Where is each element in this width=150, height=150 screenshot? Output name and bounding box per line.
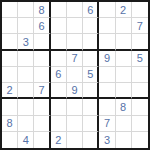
cell-r5c5[interactable]	[67, 67, 83, 83]
cell-r3c6[interactable]	[83, 34, 99, 50]
cell-r4c3[interactable]	[34, 51, 50, 67]
cell-r5c9[interactable]	[132, 67, 148, 83]
cell-r4c1[interactable]	[2, 51, 18, 67]
cell-r5c4[interactable]: 6	[51, 67, 67, 83]
cell-r6c5[interactable]: 9	[67, 83, 83, 99]
cell-r3c5[interactable]	[67, 34, 83, 50]
cell-r1c5[interactable]	[67, 2, 83, 18]
cell-r6c6[interactable]	[83, 83, 99, 99]
cell-r6c1[interactable]: 2	[2, 83, 18, 99]
cell-r6c3[interactable]: 7	[34, 83, 50, 99]
cell-r8c9[interactable]	[132, 116, 148, 132]
cell-r6c8[interactable]	[116, 83, 132, 99]
cell-r9c7[interactable]: 3	[99, 132, 115, 148]
cell-r7c5[interactable]	[67, 99, 83, 115]
cell-r8c4[interactable]	[51, 116, 67, 132]
cell-r2c5[interactable]	[67, 18, 83, 34]
cell-r5c6[interactable]: 5	[83, 67, 99, 83]
cell-r8c5[interactable]	[67, 116, 83, 132]
cell-r9c9[interactable]	[132, 132, 148, 148]
cell-r3c4[interactable]	[51, 34, 67, 50]
cell-r7c2[interactable]	[18, 99, 34, 115]
cell-r6c9[interactable]	[132, 83, 148, 99]
cell-r9c5[interactable]	[67, 132, 83, 148]
cell-r7c4[interactable]	[51, 99, 67, 115]
cell-r3c9[interactable]	[132, 34, 148, 50]
cell-r2c7[interactable]	[99, 18, 115, 34]
cell-r9c8[interactable]	[116, 132, 132, 148]
cell-r4c8[interactable]	[116, 51, 132, 67]
cell-r4c9[interactable]: 5	[132, 51, 148, 67]
cell-r7c9[interactable]	[132, 99, 148, 115]
cell-r8c3[interactable]	[34, 116, 50, 132]
cell-r3c1[interactable]	[2, 34, 18, 50]
cell-r9c6[interactable]	[83, 132, 99, 148]
cell-r7c8[interactable]: 8	[116, 99, 132, 115]
cell-r2c4[interactable]	[51, 18, 67, 34]
cell-r4c7[interactable]: 9	[99, 51, 115, 67]
cell-r9c2[interactable]: 4	[18, 132, 34, 148]
cell-r7c1[interactable]	[2, 99, 18, 115]
cell-r1c7[interactable]	[99, 2, 115, 18]
cell-r9c4[interactable]: 2	[51, 132, 67, 148]
cell-r5c8[interactable]	[116, 67, 132, 83]
cell-r1c6[interactable]: 6	[83, 2, 99, 18]
cell-r5c2[interactable]	[18, 67, 34, 83]
cell-r4c4[interactable]	[51, 51, 67, 67]
cell-r2c3[interactable]: 6	[34, 18, 50, 34]
cell-r9c3[interactable]	[34, 132, 50, 148]
cell-r8c1[interactable]: 8	[2, 116, 18, 132]
cell-r4c6[interactable]	[83, 51, 99, 67]
cell-r3c8[interactable]	[116, 34, 132, 50]
cell-r8c6[interactable]	[83, 116, 99, 132]
cell-r2c8[interactable]	[116, 18, 132, 34]
sudoku-board: 86267379565279887423	[0, 0, 150, 150]
cell-r1c4[interactable]	[51, 2, 67, 18]
cell-r1c1[interactable]	[2, 2, 18, 18]
cell-r2c9[interactable]: 7	[132, 18, 148, 34]
cell-r4c2[interactable]	[18, 51, 34, 67]
cell-r3c2[interactable]: 3	[18, 34, 34, 50]
cell-r4c5[interactable]: 7	[67, 51, 83, 67]
cell-r2c2[interactable]	[18, 18, 34, 34]
cell-r7c3[interactable]	[34, 99, 50, 115]
cell-r9c1[interactable]	[2, 132, 18, 148]
cell-r7c7[interactable]	[99, 99, 115, 115]
cell-r1c3[interactable]: 8	[34, 2, 50, 18]
cell-r2c1[interactable]	[2, 18, 18, 34]
cell-r8c2[interactable]	[18, 116, 34, 132]
cell-r6c2[interactable]	[18, 83, 34, 99]
cell-r1c9[interactable]	[132, 2, 148, 18]
cell-r5c1[interactable]	[2, 67, 18, 83]
cell-r1c8[interactable]: 2	[116, 2, 132, 18]
cell-r8c8[interactable]	[116, 116, 132, 132]
cell-r1c2[interactable]	[18, 2, 34, 18]
cell-r3c3[interactable]	[34, 34, 50, 50]
cell-r5c7[interactable]	[99, 67, 115, 83]
cell-r5c3[interactable]	[34, 67, 50, 83]
cell-r8c7[interactable]: 7	[99, 116, 115, 132]
cell-r6c4[interactable]	[51, 83, 67, 99]
cell-r2c6[interactable]	[83, 18, 99, 34]
cell-r6c7[interactable]	[99, 83, 115, 99]
cell-r3c7[interactable]	[99, 34, 115, 50]
cell-r7c6[interactable]	[83, 99, 99, 115]
